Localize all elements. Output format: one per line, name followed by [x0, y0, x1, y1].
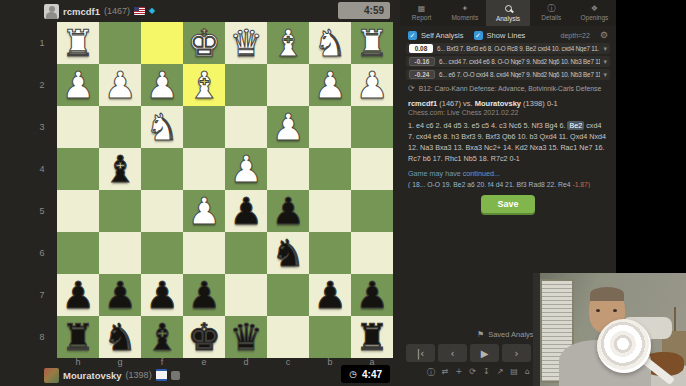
square-e8[interactable]: ♚: [183, 316, 225, 358]
square-b6[interactable]: [309, 232, 351, 274]
save-button[interactable]: Save: [481, 195, 534, 213]
square-h6[interactable]: [57, 232, 99, 274]
openings-icon: ❖: [591, 5, 598, 13]
square-f5[interactable]: [141, 190, 183, 232]
share-icon[interactable]: ↗: [497, 367, 504, 378]
white-knight[interactable]: ♞: [141, 106, 183, 148]
square-g4[interactable]: ♝: [99, 148, 141, 190]
square-a5[interactable]: [351, 190, 393, 232]
square-b8[interactable]: [309, 316, 351, 358]
bottom-player-bar: Mouratovsky (1398): [44, 366, 180, 384]
white-pawn[interactable]: ♟: [57, 64, 99, 106]
top-player-flag-icon: [134, 7, 145, 15]
square-b5[interactable]: [309, 190, 351, 232]
eval-badge: -0.24: [409, 70, 435, 79]
white-pawn[interactable]: ♟: [141, 64, 183, 106]
white-pawn[interactable]: ♟: [309, 64, 351, 106]
webcam-left-edge: [533, 273, 540, 386]
checkbox-checked-icon[interactable]: ✓: [474, 31, 483, 40]
square-h8[interactable]: ♜: [57, 316, 99, 358]
play-button[interactable]: ▶: [470, 344, 499, 362]
bottom-player-avatar[interactable]: [44, 368, 59, 383]
square-f8[interactable]: ♝: [141, 316, 183, 358]
white-bishop[interactable]: ♝: [267, 22, 309, 64]
opening-row[interactable]: ⟳ B12: Caro-Kann Defense: Advance, Botvi…: [400, 81, 616, 96]
skip-to-start-button[interactable]: |‹: [406, 344, 435, 362]
square-e1[interactable]: ♚: [183, 22, 225, 64]
white-pawn[interactable]: ♟: [183, 190, 225, 232]
engine-line-3[interactable]: -0.24 6... e6 7. O-O cxd4 8. cxd4 Nge7 9…: [406, 69, 610, 80]
webcam-video: [533, 273, 686, 386]
black-knight[interactable]: ♞: [267, 232, 309, 274]
variation-line[interactable]: ( 18... O-O 19. Be2 a6 20. f4 d4 21. Bf3…: [400, 178, 616, 188]
magnifier-icon: [505, 5, 512, 12]
white-pawn[interactable]: ♟: [225, 148, 267, 190]
white-name: rcmcdf1: [408, 99, 437, 108]
square-d5[interactable]: ♟: [225, 190, 267, 232]
diamond-membership-icon: ◆: [149, 7, 155, 15]
move-navigation: |‹ ‹ ▶ ›: [400, 344, 536, 367]
add-icon[interactable]: +: [456, 367, 463, 378]
chevron-down-icon[interactable]: ▾: [603, 45, 607, 53]
square-f1[interactable]: [141, 22, 183, 64]
engine-line-2[interactable]: -0.16 6... cxd4 7. cxd4 e6 8. O-O Nge7 9…: [406, 56, 610, 67]
white-queen[interactable]: ♛: [225, 22, 267, 64]
black-queen[interactable]: ♛: [225, 316, 267, 358]
download-icon[interactable]: ↧: [483, 367, 490, 378]
square-h7[interactable]: ♟: [57, 274, 99, 316]
white-king[interactable]: ♚: [183, 22, 225, 64]
square-d6[interactable]: [225, 232, 267, 274]
top-player-avatar[interactable]: [44, 4, 59, 19]
square-c2[interactable]: [267, 64, 309, 106]
square-b4[interactable]: [309, 148, 351, 190]
black-bishop[interactable]: ♝: [141, 316, 183, 358]
top-player-bar: rcmcdf1 (1467) ◆: [44, 2, 155, 20]
chess-board[interactable]: ♜♚♛♝♞♜♟♟♟♝♟♟♞♟♝♟♟♟♟♞♟♟♟♟♟♟♜♞♝♚♛♜: [57, 22, 393, 358]
bottom-player-badge-icon: [171, 371, 180, 380]
square-a8[interactable]: ♜: [351, 316, 393, 358]
square-c6[interactable]: ♞: [267, 232, 309, 274]
square-h2[interactable]: ♟: [57, 64, 99, 106]
black-pawn[interactable]: ♟: [99, 274, 141, 316]
square-b3[interactable]: [309, 106, 351, 148]
black-pawn[interactable]: ♟: [183, 274, 225, 316]
square-g8[interactable]: ♞: [99, 316, 141, 358]
square-f6[interactable]: [141, 232, 183, 274]
lamp: [674, 307, 676, 333]
white-clock: 4:59: [338, 2, 390, 19]
black-rating: (1398): [523, 99, 545, 108]
rank-labels: 12345678: [30, 22, 54, 358]
square-b1[interactable]: ♞: [309, 22, 351, 64]
square-d3[interactable]: [225, 106, 267, 148]
square-e7[interactable]: ♟: [183, 274, 225, 316]
game-event: Chess.com: Live Chess 2021.02.22: [408, 109, 608, 116]
info-icon[interactable]: ⓘ: [427, 367, 435, 378]
eval-badge: -0.16: [409, 57, 435, 66]
white-rating: (1467): [439, 99, 461, 108]
tab-openings[interactable]: ❖ Openings: [573, 0, 616, 26]
back-button[interactable]: ‹: [438, 344, 467, 362]
game-result: 0-1: [547, 99, 558, 108]
square-e4[interactable]: [183, 148, 225, 190]
black-clock: ◷ 4:47: [341, 365, 390, 383]
square-f7[interactable]: ♟: [141, 274, 183, 316]
engine-line-1[interactable]: 0.08 6... Bxf3 7. Bxf3 e6 8. O-O Rc8 9. …: [406, 43, 610, 54]
white-bishop[interactable]: ♝: [183, 64, 225, 106]
black-rook[interactable]: ♜: [57, 316, 99, 358]
chevron-down-icon[interactable]: ▾: [603, 71, 607, 79]
white-pawn[interactable]: ♟: [99, 64, 141, 106]
square-a3[interactable]: [351, 106, 393, 148]
details-info-icon: ⓘ: [547, 5, 555, 13]
tab-details[interactable]: ⓘ Details: [530, 0, 573, 26]
refresh-icon[interactable]: ⟳: [469, 367, 476, 378]
continued-label: Game may have continued...: [400, 165, 616, 178]
checkbox-checked-icon[interactable]: ✓: [408, 31, 417, 40]
variation-eval: -1.87): [572, 181, 590, 188]
microphone: [597, 319, 651, 373]
square-g6[interactable]: [99, 232, 141, 274]
opening-book-icon: ⟳: [408, 84, 415, 93]
square-g7[interactable]: ♟: [99, 274, 141, 316]
board-column: rcmcdf1 (1467) ◆ 4:59 12345678 ♜♚♛♝♞♜♟♟♟…: [0, 0, 400, 386]
black-pawn[interactable]: ♟: [351, 274, 393, 316]
black-pawn[interactable]: ♟: [57, 274, 99, 316]
tab-moments[interactable]: ✦ Moments: [443, 0, 486, 26]
black-pawn[interactable]: ♟: [225, 190, 267, 232]
library-icon[interactable]: ⌂: [525, 367, 530, 378]
square-a2[interactable]: ♟: [351, 64, 393, 106]
square-e5[interactable]: ♟: [183, 190, 225, 232]
square-h3[interactable]: [57, 106, 99, 148]
square-c5[interactable]: ♟: [267, 190, 309, 232]
square-e3[interactable]: [183, 106, 225, 148]
black-pawn[interactable]: ♟: [141, 274, 183, 316]
self-analysis-checkbox[interactable]: ✓ Self Analysis: [408, 31, 464, 40]
bottom-player-rating: (1398): [126, 370, 152, 380]
top-player-name[interactable]: rcmcdf1: [63, 6, 100, 17]
square-h4[interactable]: [57, 148, 99, 190]
square-f2[interactable]: ♟: [141, 64, 183, 106]
flip-board-icon[interactable]: ⇄: [442, 367, 449, 378]
square-g3[interactable]: [99, 106, 141, 148]
square-e6[interactable]: [183, 232, 225, 274]
black-pawn[interactable]: ♟: [309, 274, 351, 316]
clock-icon: ◷: [349, 369, 357, 379]
square-c8[interactable]: [267, 316, 309, 358]
current-move[interactable]: Be2: [567, 121, 584, 130]
square-d7[interactable]: [225, 274, 267, 316]
analysis-controls: ✓ Self Analysis ✓ Show Lines depth=22 ⚙: [400, 26, 616, 42]
top-player-rating: (1467): [104, 6, 130, 16]
board-icon[interactable]: ▤: [510, 367, 518, 378]
white-rook[interactable]: ♜: [351, 22, 393, 64]
settings-gear-icon[interactable]: ⚙: [600, 30, 608, 40]
square-g2[interactable]: ♟: [99, 64, 141, 106]
square-a4[interactable]: [351, 148, 393, 190]
square-c1[interactable]: ♝: [267, 22, 309, 64]
report-icon: ▦: [418, 5, 426, 13]
bottom-player-name[interactable]: Mouratovsky: [63, 370, 122, 381]
square-a1[interactable]: ♜: [351, 22, 393, 64]
square-d1[interactable]: ♛: [225, 22, 267, 64]
moments-icon: ✦: [461, 5, 468, 13]
square-a6[interactable]: [351, 232, 393, 274]
square-c3[interactable]: ♟: [267, 106, 309, 148]
black-clock-time: 4:47: [362, 369, 382, 380]
square-h5[interactable]: [57, 190, 99, 232]
square-h1[interactable]: ♜: [57, 22, 99, 64]
black-name: Mouratovsky: [475, 99, 521, 108]
square-d4[interactable]: ♟: [225, 148, 267, 190]
square-g1[interactable]: [99, 22, 141, 64]
square-d2[interactable]: [225, 64, 267, 106]
black-pawn[interactable]: ♟: [267, 190, 309, 232]
chevron-down-icon[interactable]: ▾: [603, 58, 607, 66]
square-c4[interactable]: [267, 148, 309, 190]
bookmark-icon: ⚑: [477, 330, 484, 339]
square-a7[interactable]: ♟: [351, 274, 393, 316]
white-pawn[interactable]: ♟: [351, 64, 393, 106]
square-e2[interactable]: ♝: [183, 64, 225, 106]
forward-button[interactable]: ›: [502, 344, 531, 362]
white-knight[interactable]: ♞: [309, 22, 351, 64]
black-knight[interactable]: ♞: [99, 316, 141, 358]
show-lines-checkbox[interactable]: ✓ Show Lines: [474, 31, 526, 40]
black-king[interactable]: ♚: [183, 316, 225, 358]
black-rook[interactable]: ♜: [351, 316, 393, 358]
engine-depth-label: depth=22: [561, 32, 590, 39]
tab-analysis[interactable]: Analysis: [486, 0, 529, 26]
square-b2[interactable]: ♟: [309, 64, 351, 106]
square-f3[interactable]: ♞: [141, 106, 183, 148]
square-f4[interactable]: [141, 148, 183, 190]
tab-report[interactable]: ▦ Report: [400, 0, 443, 26]
square-g5[interactable]: [99, 190, 141, 232]
black-bishop[interactable]: ♝: [99, 148, 141, 190]
opening-name: B12: Caro-Kann Defense: Advance, Botvinn…: [419, 85, 601, 92]
square-c7[interactable]: [267, 274, 309, 316]
square-b7[interactable]: ♟: [309, 274, 351, 316]
eval-badge: 0.08: [409, 44, 433, 53]
white-pawn[interactable]: ♟: [267, 106, 309, 148]
bottom-player-flag-icon: [156, 369, 167, 381]
game-header: rcmcdf1 (1467) vs. Mouratovsky (1398) 0-…: [400, 96, 616, 116]
white-rook[interactable]: ♜: [57, 22, 99, 64]
square-d8[interactable]: ♛: [225, 316, 267, 358]
move-list[interactable]: 1. e4 c6 2. d4 d5 3. e5 c5 4. c3 Nc6 5. …: [400, 116, 616, 165]
panel-tabs: ▦ Report ✦ Moments Analysis ⓘ Details ❖ …: [400, 0, 616, 26]
chess-analysis-app: rcmcdf1 (1467) ◆ 4:59 12345678 ♜♚♛♝♞♜♟♟♟…: [0, 0, 686, 386]
